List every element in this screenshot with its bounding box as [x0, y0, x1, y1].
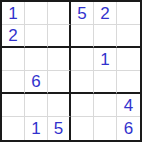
cell-r1c2[interactable] [25, 2, 48, 25]
cell-r6c5[interactable] [94, 117, 117, 140]
cell-r4c3[interactable] [48, 71, 71, 94]
cell-r5c3[interactable] [48, 94, 71, 117]
cell-r1c4[interactable]: 5 [71, 2, 94, 25]
cell-r3c5[interactable]: 1 [94, 48, 117, 71]
cell-r2c3[interactable] [48, 25, 71, 48]
cell-r2c2[interactable] [25, 25, 48, 48]
cell-r6c2[interactable]: 1 [25, 117, 48, 140]
cell-r1c5[interactable]: 2 [94, 2, 117, 25]
cell-r2c6[interactable] [117, 25, 140, 48]
cell-r6c6[interactable]: 6 [117, 117, 140, 140]
cell-r6c3[interactable]: 5 [48, 117, 71, 140]
cell-r1c6[interactable] [117, 2, 140, 25]
cell-r3c2[interactable] [25, 48, 48, 71]
cell-r5c4[interactable] [71, 94, 94, 117]
cell-r5c6[interactable]: 4 [117, 94, 140, 117]
cell-r4c2[interactable]: 6 [25, 71, 48, 94]
cell-r3c3[interactable] [48, 48, 71, 71]
cell-r3c1[interactable] [2, 48, 25, 71]
cell-r5c5[interactable] [94, 94, 117, 117]
cell-r3c4[interactable] [71, 48, 94, 71]
cell-r6c1[interactable] [2, 117, 25, 140]
cell-r6c4[interactable] [71, 117, 94, 140]
cell-r2c4[interactable] [71, 25, 94, 48]
cell-r2c1[interactable]: 2 [2, 25, 25, 48]
cell-r4c1[interactable] [2, 71, 25, 94]
cell-r1c1[interactable]: 1 [2, 2, 25, 25]
cell-r5c1[interactable] [2, 94, 25, 117]
cell-r4c5[interactable] [94, 71, 117, 94]
cell-r1c3[interactable] [48, 2, 71, 25]
cell-r2c5[interactable] [94, 25, 117, 48]
cell-r5c2[interactable] [25, 94, 48, 117]
cell-r4c4[interactable] [71, 71, 94, 94]
cell-r4c6[interactable] [117, 71, 140, 94]
sudoku-board: 1522164156 [0, 0, 142, 142]
cell-r3c6[interactable] [117, 48, 140, 71]
